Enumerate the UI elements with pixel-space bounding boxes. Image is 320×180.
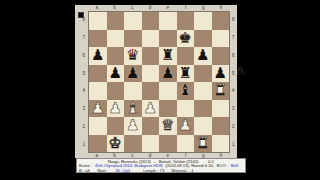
square-e6[interactable]: ♜ [159,47,177,65]
square-e2[interactable]: ♛ [159,117,177,135]
square-a8[interactable] [89,12,107,30]
square-d4[interactable] [142,82,160,100]
rank-label-7: 7 [231,29,237,47]
square-h4[interactable]: ♜ [212,82,230,100]
square-g8[interactable] [194,12,212,30]
square-b5[interactable]: ♟ [107,65,125,83]
rank-label-8: 8 [231,11,237,29]
piece-black-pawn: ♟ [91,48,104,63]
rank-label-6: 6 [75,47,87,65]
square-e8[interactable] [159,12,177,30]
square-g7[interactable] [194,30,212,48]
rank-label-4: 4 [75,82,87,100]
piece-black-bishop: ♝ [179,83,192,98]
square-g2[interactable] [194,117,212,135]
square-c3[interactable]: ♝ [124,100,142,118]
rank-labels-left: 87654321 [75,11,87,153]
piece-black-queen: ♛ [126,48,139,63]
square-e5[interactable]: ♟ [159,65,177,83]
square-c6[interactable]: ♛ [124,47,142,65]
rank-labels-right: 87654321 [231,11,237,153]
square-d2[interactable] [142,117,160,135]
square-g6[interactable]: ♟ [194,47,212,65]
square-f6[interactable] [177,47,195,65]
material-info: Material : -1 [171,168,193,173]
square-h5[interactable]: ♟ [212,65,230,83]
next-move-info: Next : 36. Qg4 [97,168,136,173]
square-f2[interactable]: ♟ [177,117,195,135]
square-b1[interactable]: ♚ [107,135,125,153]
square-h7[interactable] [212,30,230,48]
square-b2[interactable] [107,117,125,135]
piece-white-pawn: ♟ [144,101,157,116]
piece-black-king: ♚ [179,31,192,46]
piece-white-pawn: ♟ [91,101,104,116]
piece-white-pawn: ♟ [109,101,122,116]
square-e1[interactable] [159,135,177,153]
piece-white-queen: ♛ [161,118,174,133]
square-d5[interactable] [142,65,160,83]
square-h1[interactable] [212,135,230,153]
square-e3[interactable] [159,100,177,118]
rank-label-1: 1 [75,135,87,153]
square-f4[interactable]: ♝ [177,82,195,100]
piece-white-bishop: ♝ [126,101,139,116]
square-a7[interactable] [89,30,107,48]
square-f1[interactable] [177,135,195,153]
square-g4[interactable] [194,82,212,100]
square-a4[interactable] [89,82,107,100]
piece-white-rook: ♜ [214,83,227,98]
square-c1[interactable] [124,135,142,153]
square-d6[interactable] [142,47,160,65]
piece-black-rook: ♜ [161,48,174,63]
square-b8[interactable] [107,12,125,30]
eco-code-link[interactable]: B06 [231,163,238,168]
piece-black-pawn: ♟ [161,66,174,81]
rank-label-6: 6 [231,47,237,65]
piece-black-pawn: ♟ [109,66,122,81]
piece-black-pawn: ♟ [126,66,139,81]
info-line: B : a6 Next : 36. Qg4 Length : 73 Materi… [77,169,245,174]
square-f3[interactable] [177,100,195,118]
piece-black-rook: ♜ [179,66,192,81]
square-b7[interactable] [107,30,125,48]
rank-label-7: 7 [75,29,87,47]
square-f5[interactable]: ♜ [177,65,195,83]
eco-label: ECO : [217,163,228,168]
square-d8[interactable] [142,12,160,30]
square-c4[interactable] [124,82,142,100]
square-d1[interactable] [142,135,160,153]
square-g1[interactable]: ♜ [194,135,212,153]
square-h3[interactable] [212,100,230,118]
piece-white-pawn: ♟ [179,118,192,133]
square-e7[interactable] [159,30,177,48]
rank-label-3: 3 [231,100,237,118]
square-b3[interactable]: ♟ [107,100,125,118]
rank-label-2: 2 [231,118,237,136]
square-f7[interactable]: ♚ [177,30,195,48]
square-c5[interactable]: ♟ [124,65,142,83]
side-to-move-black-icon [78,12,84,18]
rank-label-1: 1 [231,135,237,153]
square-c7[interactable] [124,30,142,48]
square-h2[interactable] [212,117,230,135]
piece-white-rook: ♜ [196,136,209,151]
last-move-info: B : a6 [79,168,90,173]
square-d3[interactable]: ♟ [142,100,160,118]
piece-white-king: ♚ [109,136,122,151]
piece-black-pawn: ♟ [196,48,209,63]
square-b4[interactable] [107,82,125,100]
square-h8[interactable] [212,12,230,30]
game-caption: Nagyi, Ronnuks (2413) -- Batool, Tahlan … [76,158,246,173]
square-g3[interactable] [194,100,212,118]
square-a3[interactable]: ♟ [89,100,107,118]
square-c8[interactable] [124,12,142,30]
chess-viewer-screen: abcdefgh 87654321 87654321 ♚♟♛♜♟♟♟♟♜♟♝♜♟… [0,0,320,180]
piece-black-pawn: ♟ [214,66,227,81]
rank-label-3: 3 [75,100,87,118]
square-a2[interactable] [89,117,107,135]
piece-white-pawn: ♟ [126,118,139,133]
square-a6[interactable]: ♟ [89,47,107,65]
rank-label-4: 4 [231,82,237,100]
square-f8[interactable] [177,12,195,30]
square-b6[interactable] [107,47,125,65]
square-d7[interactable] [142,30,160,48]
rank-label-2: 2 [75,118,87,136]
square-g5[interactable] [194,65,212,83]
chess-board[interactable]: ♚♟♛♜♟♟♟♟♜♟♝♜♟♟♝♟♟♛♟♚♜ [88,11,230,153]
length-info: Length : 73 [143,168,164,173]
square-e4[interactable] [159,82,177,100]
square-a1[interactable] [89,135,107,153]
square-h6[interactable] [212,47,230,65]
square-c2[interactable]: ♟ [124,117,142,135]
rank-label-5: 5 [75,64,87,82]
square-a5[interactable] [89,65,107,83]
material-advantage-pawn-icon: ♟ [236,66,245,76]
board-panel: abcdefgh 87654321 87654321 ♚♟♛♜♟♟♟♟♜♟♝♜♟… [75,5,237,158]
